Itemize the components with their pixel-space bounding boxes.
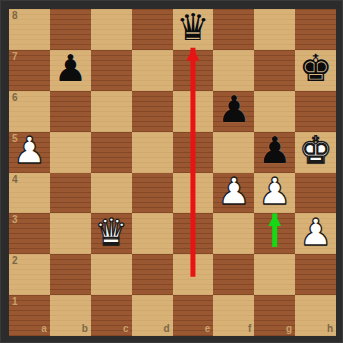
square-b3[interactable] xyxy=(50,213,91,254)
rank-label-2: 2 xyxy=(12,256,18,266)
square-e4[interactable] xyxy=(173,173,214,214)
square-b6[interactable] xyxy=(50,91,91,132)
rank-label-7: 7 xyxy=(12,52,18,62)
square-h8[interactable] xyxy=(295,9,336,50)
square-g3[interactable] xyxy=(254,213,295,254)
piece-black-pawn[interactable]: ♟ xyxy=(54,50,87,87)
rank-label-5: 5 xyxy=(12,134,18,144)
square-d8[interactable] xyxy=(132,9,173,50)
square-g2[interactable] xyxy=(254,254,295,295)
file-label-g: g xyxy=(286,324,292,334)
square-d5[interactable] xyxy=(132,132,173,173)
piece-white-queen[interactable]: ♛ xyxy=(95,214,128,251)
square-b7[interactable]: ♟ xyxy=(50,50,91,91)
square-c2[interactable] xyxy=(91,254,132,295)
rank-label-8: 8 xyxy=(12,11,18,21)
square-h4[interactable] xyxy=(295,173,336,214)
square-g7[interactable] xyxy=(254,50,295,91)
square-c8[interactable] xyxy=(91,9,132,50)
file-label-c: c xyxy=(123,324,129,334)
square-f1[interactable]: f xyxy=(213,295,254,336)
square-e1[interactable]: e xyxy=(173,295,214,336)
square-h3[interactable]: ♟ xyxy=(295,213,336,254)
square-b4[interactable] xyxy=(50,173,91,214)
square-a2[interactable]: 2 xyxy=(9,254,50,295)
square-g4[interactable]: ♟ xyxy=(254,173,295,214)
square-h2[interactable] xyxy=(295,254,336,295)
square-f6[interactable]: ♟ xyxy=(213,91,254,132)
square-a5[interactable]: 5♟ xyxy=(9,132,50,173)
file-label-e: e xyxy=(205,324,211,334)
square-c4[interactable] xyxy=(91,173,132,214)
square-f4[interactable]: ♟ xyxy=(213,173,254,214)
piece-black-pawn[interactable]: ♟ xyxy=(258,132,291,169)
square-g8[interactable] xyxy=(254,9,295,50)
square-d3[interactable] xyxy=(132,213,173,254)
square-a4[interactable]: 4 xyxy=(9,173,50,214)
square-e6[interactable] xyxy=(173,91,214,132)
file-label-h: h xyxy=(327,324,333,334)
square-f8[interactable] xyxy=(213,9,254,50)
file-label-a: a xyxy=(41,324,47,334)
square-b1[interactable]: b xyxy=(50,295,91,336)
square-g5[interactable]: ♟ xyxy=(254,132,295,173)
square-b8[interactable] xyxy=(50,9,91,50)
chess-board-frame: 8♛7♟♚6♟5♟♟♚4♟♟3♛♟21abcdefgh xyxy=(0,0,343,343)
square-b2[interactable] xyxy=(50,254,91,295)
piece-black-king[interactable]: ♚ xyxy=(299,50,332,87)
square-c5[interactable] xyxy=(91,132,132,173)
square-a1[interactable]: 1a xyxy=(9,295,50,336)
square-f7[interactable] xyxy=(213,50,254,91)
square-h6[interactable] xyxy=(295,91,336,132)
rank-label-1: 1 xyxy=(12,297,18,307)
square-d4[interactable] xyxy=(132,173,173,214)
square-a6[interactable]: 6 xyxy=(9,91,50,132)
file-label-d: d xyxy=(163,324,169,334)
square-f3[interactable] xyxy=(213,213,254,254)
file-label-f: f xyxy=(248,324,251,334)
square-e7[interactable] xyxy=(173,50,214,91)
piece-white-pawn[interactable]: ♟ xyxy=(258,173,291,210)
rank-label-3: 3 xyxy=(12,215,18,225)
square-a8[interactable]: 8 xyxy=(9,9,50,50)
square-d2[interactable] xyxy=(132,254,173,295)
piece-white-pawn[interactable]: ♟ xyxy=(217,173,250,210)
square-g6[interactable] xyxy=(254,91,295,132)
square-f5[interactable] xyxy=(213,132,254,173)
square-h1[interactable]: h xyxy=(295,295,336,336)
piece-black-queen[interactable]: ♛ xyxy=(176,9,209,46)
square-b5[interactable] xyxy=(50,132,91,173)
square-e3[interactable] xyxy=(173,213,214,254)
square-e8[interactable]: ♛ xyxy=(173,9,214,50)
chess-board[interactable]: 8♛7♟♚6♟5♟♟♚4♟♟3♛♟21abcdefgh xyxy=(9,9,336,336)
square-f2[interactable] xyxy=(213,254,254,295)
square-c6[interactable] xyxy=(91,91,132,132)
square-h7[interactable]: ♚ xyxy=(295,50,336,91)
file-label-b: b xyxy=(82,324,88,334)
rank-label-4: 4 xyxy=(12,175,18,185)
square-e2[interactable] xyxy=(173,254,214,295)
square-c1[interactable]: c xyxy=(91,295,132,336)
piece-white-pawn[interactable]: ♟ xyxy=(299,214,332,251)
square-c3[interactable]: ♛ xyxy=(91,213,132,254)
square-e5[interactable] xyxy=(173,132,214,173)
rank-label-6: 6 xyxy=(12,93,18,103)
square-g1[interactable]: g xyxy=(254,295,295,336)
square-d6[interactable] xyxy=(132,91,173,132)
piece-white-king[interactable]: ♚ xyxy=(299,132,332,169)
square-c7[interactable] xyxy=(91,50,132,91)
square-a3[interactable]: 3 xyxy=(9,213,50,254)
square-h5[interactable]: ♚ xyxy=(295,132,336,173)
square-d7[interactable] xyxy=(132,50,173,91)
square-a7[interactable]: 7 xyxy=(9,50,50,91)
piece-black-pawn[interactable]: ♟ xyxy=(217,91,250,128)
square-d1[interactable]: d xyxy=(132,295,173,336)
